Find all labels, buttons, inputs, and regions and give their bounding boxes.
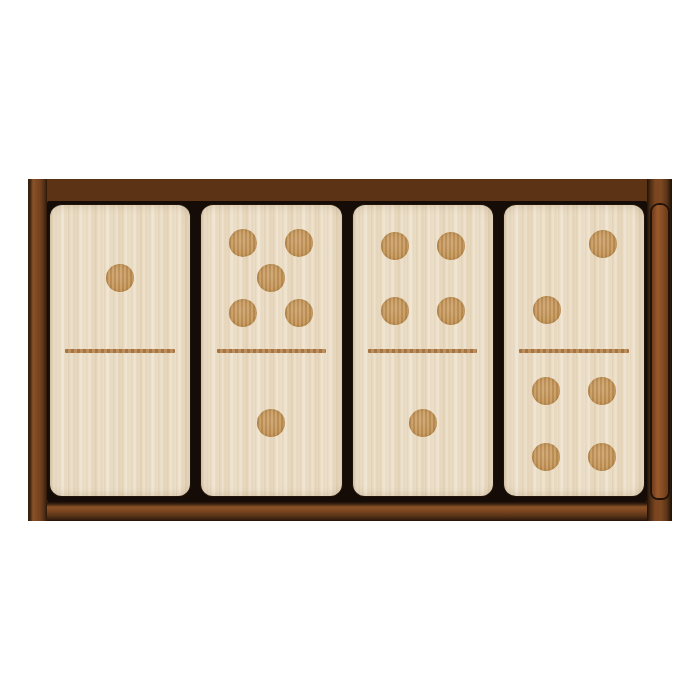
pip: [588, 443, 616, 471]
domino-tile-2-5x1[interactable]: [201, 205, 341, 496]
pip: [257, 264, 285, 292]
domino-tile-3-4x1[interactable]: [353, 205, 493, 496]
pip: [532, 377, 560, 405]
tile-2-top-half: [201, 205, 341, 351]
tile-4-bottom-half: [504, 351, 644, 497]
tile-3-top-half: [353, 205, 493, 351]
tile-2-bottom-half: [201, 351, 341, 497]
tile-1-bottom-half: [50, 351, 190, 497]
pip: [532, 443, 560, 471]
box-lid-slide-rail: [652, 205, 668, 498]
pip: [437, 232, 465, 260]
pip: [229, 229, 257, 257]
tile-divider-line: [519, 349, 628, 353]
tile-4-top-half: [504, 205, 644, 351]
pip: [285, 299, 313, 327]
photo-stage: [0, 0, 700, 700]
tile-3-bottom-half: [353, 351, 493, 497]
box-rail-right: [647, 179, 672, 521]
tile-divider-line: [65, 349, 174, 353]
box-rail-left: [28, 179, 47, 521]
tile-divider-line: [368, 349, 477, 353]
pip: [588, 377, 616, 405]
tile-1-top-half: [50, 205, 190, 351]
pip: [589, 230, 617, 258]
pip: [381, 297, 409, 325]
box-rail-top: [28, 179, 672, 201]
domino-tile-4-2x4[interactable]: [504, 205, 644, 496]
pip: [437, 297, 465, 325]
domino-tile-1-1x0[interactable]: [50, 205, 190, 496]
tile-divider-line: [217, 349, 326, 353]
pip: [381, 232, 409, 260]
box-rail-bottom: [28, 502, 672, 521]
pip: [106, 264, 134, 292]
pip: [533, 296, 561, 324]
domino-box: [28, 179, 672, 521]
pip: [409, 409, 437, 437]
box-interior: [47, 201, 647, 502]
pip: [257, 409, 285, 437]
pip: [285, 229, 313, 257]
pip: [229, 299, 257, 327]
